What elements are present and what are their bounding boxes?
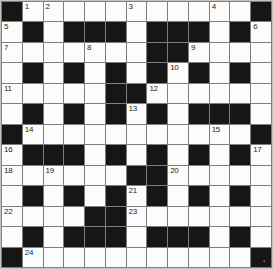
cell-r5c6-black	[106, 84, 126, 103]
cell-r2c5-black	[85, 22, 105, 41]
clue-number-19: 19	[46, 166, 54, 175]
cell-r11c5-black	[85, 207, 105, 226]
cell-r7c3[interactable]	[44, 125, 64, 144]
cell-r10c9[interactable]	[168, 186, 188, 205]
cell-r9c1[interactable]: 18	[2, 166, 22, 185]
cell-r11c10[interactable]	[189, 207, 209, 226]
cell-r8c11[interactable]	[210, 145, 230, 164]
cell-r9c12[interactable]	[230, 166, 250, 185]
cell-r12c9-black	[168, 227, 188, 246]
cell-r1c12[interactable]	[230, 2, 250, 21]
cell-r2c13[interactable]: 6	[251, 22, 271, 41]
cell-r6c3[interactable]	[44, 104, 64, 123]
cell-r4c13[interactable]	[251, 63, 271, 82]
cell-r1c10[interactable]	[189, 2, 209, 21]
cell-r3c8-black	[147, 43, 167, 62]
cell-r11c3[interactable]	[44, 207, 64, 226]
cell-r2c11[interactable]	[210, 22, 230, 41]
cell-r11c11[interactable]	[210, 207, 230, 226]
cell-r9c5[interactable]	[85, 166, 105, 185]
cell-r12c12-black	[230, 227, 250, 246]
clue-number-11: 11	[4, 84, 12, 93]
cell-r13c8[interactable]	[147, 248, 167, 267]
cell-r5c8[interactable]: 12	[147, 84, 167, 103]
cell-r4c7[interactable]	[127, 63, 147, 82]
clue-number-24: 24	[25, 248, 33, 257]
cell-r11c2[interactable]	[23, 207, 43, 226]
cell-r5c3[interactable]	[44, 84, 64, 103]
cell-r3c4[interactable]	[64, 43, 84, 62]
cell-r7c10[interactable]	[189, 125, 209, 144]
clue-number-2: 2	[46, 2, 50, 11]
cell-r4c9[interactable]: 10	[168, 63, 188, 82]
cell-r11c8[interactable]	[147, 207, 167, 226]
cell-r8c6-black	[106, 145, 126, 164]
cell-r5c5[interactable]	[85, 84, 105, 103]
cell-r10c13[interactable]	[251, 186, 271, 205]
cell-r9c8-black	[147, 166, 167, 185]
cell-r8c7[interactable]	[127, 145, 147, 164]
cell-r5c12[interactable]	[230, 84, 250, 103]
cell-r13c9[interactable]	[168, 248, 188, 267]
cell-r9c2[interactable]	[23, 166, 43, 185]
cell-r13c7[interactable]	[127, 248, 147, 267]
cell-r13c4[interactable]	[64, 248, 84, 267]
cell-r10c5[interactable]	[85, 186, 105, 205]
cell-r13c6[interactable]	[106, 248, 126, 267]
cell-r10c6-black	[106, 186, 126, 205]
clue-number-22: 22	[4, 207, 12, 216]
cell-r3c6[interactable]	[106, 43, 126, 62]
cell-r7c9[interactable]	[168, 125, 188, 144]
clue-number-14: 14	[25, 125, 33, 134]
clue-number-7: 7	[4, 43, 8, 52]
cell-r1c9[interactable]	[168, 2, 188, 21]
cell-r8c4-black	[64, 145, 84, 164]
cell-r8c2-black	[23, 145, 43, 164]
cell-r4c2-black	[23, 63, 43, 82]
cell-r3c7[interactable]	[127, 43, 147, 62]
cell-r1c2[interactable]: 1	[23, 2, 43, 21]
cell-r4c5[interactable]	[85, 63, 105, 82]
cell-r3c1[interactable]: 7	[2, 43, 22, 62]
cell-r13c11[interactable]	[210, 248, 230, 267]
cell-r7c12[interactable]	[230, 125, 250, 144]
cell-r10c4-black	[64, 186, 84, 205]
cell-r13c12[interactable]	[230, 248, 250, 267]
cell-r12c6-black	[106, 227, 126, 246]
cell-r9c11[interactable]	[210, 166, 230, 185]
clue-number-21: 21	[129, 186, 137, 195]
clue-number-23: 23	[129, 207, 137, 216]
cell-r12c4-black	[64, 227, 84, 246]
clue-number-5: 5	[4, 22, 8, 31]
cell-r4c6-black	[106, 63, 126, 82]
cell-r1c11[interactable]: 4	[210, 2, 230, 21]
cell-r4c4-black	[64, 63, 84, 82]
cell-r5c10[interactable]	[189, 84, 209, 103]
cell-r4c1[interactable]	[2, 63, 22, 82]
cell-r9c4[interactable]	[64, 166, 84, 185]
cell-r7c8[interactable]	[147, 125, 167, 144]
corner-watermark-mark: ▪	[263, 258, 268, 264]
clue-number-8: 8	[87, 43, 91, 52]
cell-r8c10-black	[189, 145, 209, 164]
cell-r11c6-black	[106, 207, 126, 226]
cell-r2c7[interactable]	[127, 22, 147, 41]
puzzle-frame: 123456789101112131415161718192021222324▪	[0, 0, 273, 269]
cell-r9c6[interactable]	[106, 166, 126, 185]
clue-number-17: 17	[253, 145, 261, 154]
cell-r3c2[interactable]	[23, 43, 43, 62]
cell-r13c5[interactable]	[85, 248, 105, 267]
cell-r4c11[interactable]	[210, 63, 230, 82]
cell-r13c13-black: ▪	[251, 248, 271, 267]
clue-number-12: 12	[149, 84, 157, 93]
cell-r11c13[interactable]	[251, 207, 271, 226]
cell-r3c5[interactable]: 8	[85, 43, 105, 62]
cell-r3c12[interactable]	[230, 43, 250, 62]
cell-r4c3[interactable]	[44, 63, 64, 82]
clue-number-1: 1	[25, 2, 29, 11]
cell-r1c5[interactable]	[85, 2, 105, 21]
cell-r1c8[interactable]	[147, 2, 167, 21]
cell-r10c10-black	[189, 186, 209, 205]
cell-r7c1-black	[2, 125, 22, 144]
cell-r7c7[interactable]	[127, 125, 147, 144]
cell-r5c13[interactable]	[251, 84, 271, 103]
cell-r8c1[interactable]: 16	[2, 145, 22, 164]
cell-r13c2[interactable]: 24	[23, 248, 43, 267]
clue-number-3: 3	[129, 2, 133, 11]
cell-r2c4-black	[64, 22, 84, 41]
cell-r10c12-black	[230, 186, 250, 205]
cell-r1c7[interactable]: 3	[127, 2, 147, 21]
cell-r5c1[interactable]: 11	[2, 84, 22, 103]
cell-r12c13[interactable]	[251, 227, 271, 246]
cell-r7c2[interactable]: 14	[23, 125, 43, 144]
cell-r2c10-black	[189, 22, 209, 41]
cell-r7c6[interactable]	[106, 125, 126, 144]
cell-r5c7-black	[127, 84, 147, 103]
cell-r3c11[interactable]	[210, 43, 230, 62]
cell-r9c9[interactable]: 20	[168, 166, 188, 185]
clue-number-13: 13	[129, 104, 137, 113]
cell-r8c3-black	[44, 145, 64, 164]
cell-r11c12[interactable]	[230, 207, 250, 226]
cell-r12c5-black	[85, 227, 105, 246]
cell-r8c8-black	[147, 145, 167, 164]
cell-r6c4-black	[64, 104, 84, 123]
clue-number-15: 15	[212, 125, 220, 134]
cell-r6c5[interactable]	[85, 104, 105, 123]
cell-r3c3[interactable]	[44, 43, 64, 62]
cell-r12c1[interactable]	[2, 227, 22, 246]
cell-r9c10[interactable]	[189, 166, 209, 185]
cell-r8c9[interactable]	[168, 145, 188, 164]
cell-r13c3[interactable]	[44, 248, 64, 267]
cell-r12c2-black	[23, 227, 43, 246]
cell-r6c1[interactable]	[2, 104, 22, 123]
cell-r13c1-black	[2, 248, 22, 267]
cell-r5c11[interactable]	[210, 84, 230, 103]
cell-r12c11[interactable]	[210, 227, 230, 246]
cell-r4c12-black	[230, 63, 250, 82]
cell-r5c4[interactable]	[64, 84, 84, 103]
clue-number-4: 4	[212, 2, 216, 11]
cell-r2c6-black	[106, 22, 126, 41]
clue-number-9: 9	[191, 43, 195, 52]
cell-r10c2-black	[23, 186, 43, 205]
cell-r2c9-black	[168, 22, 188, 41]
cell-r13c10[interactable]	[189, 248, 209, 267]
cell-r11c1[interactable]: 22	[2, 207, 22, 226]
cell-r6c7[interactable]: 13	[127, 104, 147, 123]
cell-r8c12-black	[230, 145, 250, 164]
cell-r8c5[interactable]	[85, 145, 105, 164]
cell-r8c13[interactable]: 17	[251, 145, 271, 164]
cell-r10c8-black	[147, 186, 167, 205]
cell-r2c2-black	[23, 22, 43, 41]
cell-r6c12-black	[230, 104, 250, 123]
cell-r6c9[interactable]	[168, 104, 188, 123]
cell-r1c6[interactable]	[106, 2, 126, 21]
clue-number-16: 16	[4, 145, 12, 154]
cell-r6c2-black	[23, 104, 43, 123]
cell-r3c13[interactable]	[251, 43, 271, 62]
crossword-grid: 123456789101112131415161718192021222324▪	[1, 1, 272, 268]
cell-r11c7[interactable]: 23	[127, 207, 147, 226]
cell-r11c4[interactable]	[64, 207, 84, 226]
cell-r2c3[interactable]	[44, 22, 64, 41]
cell-r7c11[interactable]: 15	[210, 125, 230, 144]
clue-number-6: 6	[253, 22, 257, 31]
clue-number-18: 18	[4, 166, 12, 175]
cell-r4c8-black	[147, 63, 167, 82]
cell-r4c10-black	[189, 63, 209, 82]
cell-r11c9[interactable]	[168, 207, 188, 226]
cell-r9c7-black	[127, 166, 147, 185]
cell-r12c3[interactable]	[44, 227, 64, 246]
cell-r1c3[interactable]: 2	[44, 2, 64, 21]
cell-r5c2[interactable]	[23, 84, 43, 103]
cell-r3c9-black	[168, 43, 188, 62]
cell-r2c1[interactable]: 5	[2, 22, 22, 41]
cell-r6c13[interactable]	[251, 104, 271, 123]
cell-r7c13-black	[251, 125, 271, 144]
cell-r12c8-black	[147, 227, 167, 246]
clue-number-20: 20	[170, 166, 178, 175]
cell-r2c8-black	[147, 22, 167, 41]
cell-r2c12-black	[230, 22, 250, 41]
cell-r6c11-black	[210, 104, 230, 123]
cell-r12c7[interactable]	[127, 227, 147, 246]
cell-r3c10[interactable]: 9	[189, 43, 209, 62]
cell-r6c6-black	[106, 104, 126, 123]
cell-r10c7[interactable]: 21	[127, 186, 147, 205]
cell-r9c13[interactable]	[251, 166, 271, 185]
clue-number-10: 10	[170, 63, 178, 72]
cell-r10c3[interactable]	[44, 186, 64, 205]
cell-r5c9[interactable]	[168, 84, 188, 103]
cell-r12c10-black	[189, 227, 209, 246]
cell-r7c4[interactable]	[64, 125, 84, 144]
cell-r10c1[interactable]	[2, 186, 22, 205]
cell-r9c3[interactable]: 19	[44, 166, 64, 185]
cell-r1c13-black	[251, 2, 271, 21]
cell-r1c1-black	[2, 2, 22, 21]
cell-r6c10-black	[189, 104, 209, 123]
cell-r1c4[interactable]	[64, 2, 84, 21]
cell-r10c11[interactable]	[210, 186, 230, 205]
cell-r6c8-black	[147, 104, 167, 123]
cell-r7c5[interactable]	[85, 125, 105, 144]
